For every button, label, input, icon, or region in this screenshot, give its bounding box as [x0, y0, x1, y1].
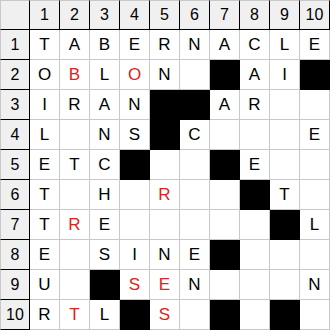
- letter-cell-r1c7[interactable]: A: [210, 30, 240, 60]
- empty-cell-r9c2[interactable]: [60, 270, 90, 300]
- empty-cell-r4c8[interactable]: [240, 120, 270, 150]
- block-cell-r10c9: [270, 300, 300, 330]
- empty-cell-r2c6[interactable]: [180, 60, 210, 90]
- empty-cell-r10c10[interactable]: [300, 300, 330, 330]
- col-header-10: 10: [300, 0, 330, 30]
- col-header-3: 3: [90, 0, 120, 30]
- row-header-6: 6: [0, 180, 30, 210]
- letter-cell-r3c1[interactable]: I: [30, 90, 60, 120]
- letter-cell-r8c1[interactable]: E: [30, 240, 60, 270]
- letter-cell-r7c10[interactable]: L: [300, 210, 330, 240]
- letter-cell-r5c3[interactable]: C: [90, 150, 120, 180]
- block-cell-r6c8: [240, 180, 270, 210]
- block-cell-r8c7: [210, 240, 240, 270]
- col-header-6: 6: [180, 0, 210, 30]
- block-cell-r5c7: [210, 150, 240, 180]
- block-cell-r7c9: [270, 210, 300, 240]
- letter-cell-r7c3[interactable]: E: [90, 210, 120, 240]
- letter-cell-r1c6[interactable]: N: [180, 30, 210, 60]
- letter-cell-r9c6[interactable]: N: [180, 270, 210, 300]
- empty-cell-r6c10[interactable]: [300, 180, 330, 210]
- col-header-1: 1: [30, 0, 60, 30]
- block-cell-r10c4: [120, 300, 150, 330]
- col-header-7: 7: [210, 0, 240, 30]
- empty-cell-r8c10[interactable]: [300, 240, 330, 270]
- empty-cell-r8c9[interactable]: [270, 240, 300, 270]
- letter-cell-r6c1[interactable]: T: [30, 180, 60, 210]
- letter-cell-r8c4[interactable]: I: [120, 240, 150, 270]
- letter-cell-r8c5[interactable]: N: [150, 240, 180, 270]
- letter-cell-r7c2[interactable]: R: [60, 210, 90, 240]
- empty-cell-r5c10[interactable]: [300, 150, 330, 180]
- row-header-2: 2: [0, 60, 30, 90]
- letter-cell-r10c1[interactable]: R: [30, 300, 60, 330]
- letter-cell-r2c8[interactable]: A: [240, 60, 270, 90]
- letter-cell-r6c5[interactable]: R: [150, 180, 180, 210]
- letter-cell-r9c5[interactable]: E: [150, 270, 180, 300]
- col-header-4: 4: [120, 0, 150, 30]
- empty-cell-r4c2[interactable]: [60, 120, 90, 150]
- letter-cell-r10c3[interactable]: L: [90, 300, 120, 330]
- block-cell-r5c4: [120, 150, 150, 180]
- letter-cell-r3c3[interactable]: A: [90, 90, 120, 120]
- letter-cell-r1c10[interactable]: E: [300, 30, 330, 60]
- corner-cell: [0, 0, 30, 30]
- row-header-10: 10: [0, 300, 30, 330]
- row-header-9: 9: [0, 270, 30, 300]
- empty-cell-r5c5[interactable]: [150, 150, 180, 180]
- letter-cell-r1c2[interactable]: A: [60, 30, 90, 60]
- empty-cell-r9c8[interactable]: [240, 270, 270, 300]
- letter-cell-r2c5[interactable]: N: [150, 60, 180, 90]
- letter-cell-r3c2[interactable]: R: [60, 90, 90, 120]
- empty-cell-r10c6[interactable]: [180, 300, 210, 330]
- letter-cell-r3c8[interactable]: R: [240, 90, 270, 120]
- col-header-8: 8: [240, 0, 270, 30]
- block-cell-r9c3: [90, 270, 120, 300]
- empty-cell-r5c9[interactable]: [270, 150, 300, 180]
- col-header-9: 9: [270, 0, 300, 30]
- crossword-board: 123456789101TABERNACLE2OBLONAI3IRANAR4LN…: [0, 0, 330, 330]
- letter-cell-r4c10[interactable]: E: [300, 120, 330, 150]
- block-cell-r10c7: [210, 300, 240, 330]
- block-cell-r3c6: [180, 90, 210, 120]
- empty-cell-r9c9[interactable]: [270, 270, 300, 300]
- letter-cell-r4c3[interactable]: N: [90, 120, 120, 150]
- empty-cell-r6c4[interactable]: [120, 180, 150, 210]
- letter-cell-r1c3[interactable]: B: [90, 30, 120, 60]
- letter-cell-r5c8[interactable]: E: [240, 150, 270, 180]
- empty-cell-r6c2[interactable]: [60, 180, 90, 210]
- letter-cell-r2c1[interactable]: O: [30, 60, 60, 90]
- empty-cell-r7c8[interactable]: [240, 210, 270, 240]
- block-cell-r4c5: [150, 120, 180, 150]
- empty-cell-r5c6[interactable]: [180, 150, 210, 180]
- empty-cell-r9c7[interactable]: [210, 270, 240, 300]
- letter-cell-r2c3[interactable]: L: [90, 60, 120, 90]
- letter-cell-r1c5[interactable]: R: [150, 30, 180, 60]
- row-header-1: 1: [0, 30, 30, 60]
- letter-cell-r3c7[interactable]: A: [210, 90, 240, 120]
- letter-cell-r3c4[interactable]: N: [120, 90, 150, 120]
- empty-cell-r7c6[interactable]: [180, 210, 210, 240]
- letter-cell-r9c10[interactable]: N: [300, 270, 330, 300]
- letter-cell-r6c9[interactable]: T: [270, 180, 300, 210]
- empty-cell-r6c7[interactable]: [210, 180, 240, 210]
- letter-cell-r4c6[interactable]: C: [180, 120, 210, 150]
- letter-cell-r10c2[interactable]: T: [60, 300, 90, 330]
- letter-cell-r1c8[interactable]: C: [240, 30, 270, 60]
- col-header-2: 2: [60, 0, 90, 30]
- empty-cell-r4c7[interactable]: [210, 120, 240, 150]
- col-header-5: 5: [150, 0, 180, 30]
- row-header-5: 5: [0, 150, 30, 180]
- letter-cell-r2c9[interactable]: I: [270, 60, 300, 90]
- letter-cell-r5c1[interactable]: E: [30, 150, 60, 180]
- block-cell-r2c10: [300, 60, 330, 90]
- letter-cell-r8c3[interactable]: S: [90, 240, 120, 270]
- empty-cell-r3c10[interactable]: [300, 90, 330, 120]
- letter-cell-r9c1[interactable]: U: [30, 270, 60, 300]
- row-header-4: 4: [0, 120, 30, 150]
- letter-cell-r4c1[interactable]: L: [30, 120, 60, 150]
- empty-cell-r8c8[interactable]: [240, 240, 270, 270]
- letter-cell-r6c3[interactable]: H: [90, 180, 120, 210]
- row-header-7: 7: [0, 210, 30, 240]
- empty-cell-r8c2[interactable]: [60, 240, 90, 270]
- row-header-8: 8: [0, 240, 30, 270]
- letter-cell-r1c9[interactable]: L: [270, 30, 300, 60]
- empty-cell-r7c4[interactable]: [120, 210, 150, 240]
- empty-cell-r7c5[interactable]: [150, 210, 180, 240]
- block-cell-r3c5: [150, 90, 180, 120]
- letter-cell-r5c2[interactable]: T: [60, 150, 90, 180]
- empty-cell-r6c6[interactable]: [180, 180, 210, 210]
- letter-cell-r2c4[interactable]: O: [120, 60, 150, 90]
- letter-cell-r10c5[interactable]: S: [150, 300, 180, 330]
- letter-cell-r9c4[interactable]: S: [120, 270, 150, 300]
- letter-cell-r7c1[interactable]: T: [30, 210, 60, 240]
- letter-cell-r2c2[interactable]: B: [60, 60, 90, 90]
- empty-cell-r4c9[interactable]: [270, 120, 300, 150]
- empty-cell-r10c8[interactable]: [240, 300, 270, 330]
- empty-cell-r7c7[interactable]: [210, 210, 240, 240]
- empty-cell-r3c9[interactable]: [270, 90, 300, 120]
- row-header-3: 3: [0, 90, 30, 120]
- letter-cell-r4c4[interactable]: S: [120, 120, 150, 150]
- letter-cell-r1c1[interactable]: T: [30, 30, 60, 60]
- letter-cell-r8c6[interactable]: E: [180, 240, 210, 270]
- letter-cell-r1c4[interactable]: E: [120, 30, 150, 60]
- block-cell-r2c7: [210, 60, 240, 90]
